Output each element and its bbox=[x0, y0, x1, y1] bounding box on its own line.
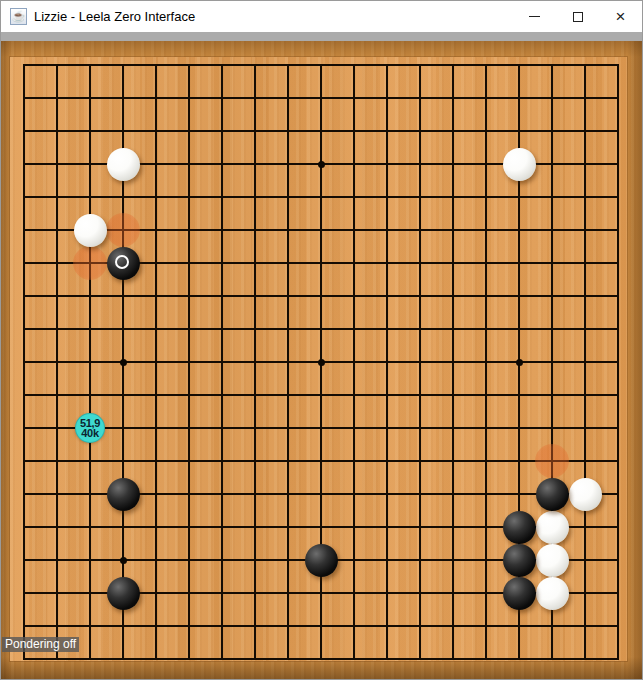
stone-black-K4 bbox=[305, 544, 338, 577]
stone-white-R4 bbox=[536, 544, 569, 577]
stone-black-D3 bbox=[107, 577, 140, 610]
stone-white-Q16 bbox=[503, 148, 536, 181]
stone-black-Q5 bbox=[503, 511, 536, 544]
stone-black-Q4 bbox=[503, 544, 536, 577]
stone-white-R5 bbox=[536, 511, 569, 544]
stone-white-R3 bbox=[536, 577, 569, 610]
stone-black-D6 bbox=[107, 478, 140, 511]
coffee-cup-icon: ☕ bbox=[12, 11, 26, 22]
title-bar[interactable]: ☕ Lizzie - Leela Zero Interface × bbox=[1, 1, 642, 32]
go-board[interactable]: 51,940k bbox=[1, 41, 642, 680]
app-window: ☕ Lizzie - Leela Zero Interface × 51,940… bbox=[0, 0, 643, 680]
last-move-marker bbox=[115, 255, 129, 269]
window-controls: × bbox=[513, 1, 642, 32]
maximize-button[interactable] bbox=[556, 1, 599, 32]
stone-black-R6 bbox=[536, 478, 569, 511]
stone-white-S6 bbox=[569, 478, 602, 511]
title-separator-strip bbox=[1, 32, 642, 41]
stone-layer bbox=[1, 41, 642, 680]
stone-white-D16 bbox=[107, 148, 140, 181]
stone-black-Q3 bbox=[503, 577, 536, 610]
pondering-status: Pondering off bbox=[2, 637, 79, 652]
stone-white-C14 bbox=[74, 214, 107, 247]
minimize-button[interactable] bbox=[513, 1, 556, 32]
window-title: Lizzie - Leela Zero Interface bbox=[34, 9, 195, 24]
minimize-icon bbox=[529, 16, 540, 17]
maximize-icon bbox=[573, 12, 583, 22]
stone-black-D13 bbox=[107, 247, 140, 280]
close-button[interactable]: × bbox=[599, 1, 642, 32]
java-app-icon: ☕ bbox=[10, 8, 27, 25]
